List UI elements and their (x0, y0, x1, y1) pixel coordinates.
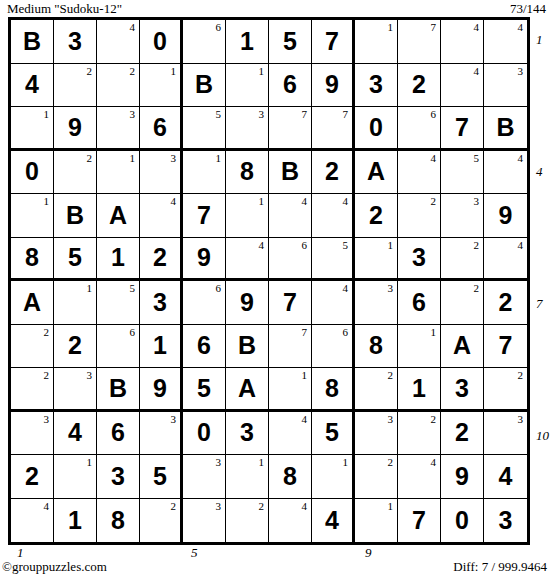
cell-r12c8[interactable]: 4 (312, 499, 355, 543)
row-label-10: 10 (536, 429, 549, 442)
cell-r12c1[interactable]: 4 (11, 499, 54, 543)
cell-r12c4[interactable]: 2 (140, 499, 183, 543)
cell-value: 2 (312, 151, 352, 194)
cell-r7c12[interactable]: 2 (484, 281, 527, 325)
cell-r10c9[interactable]: 3 (355, 412, 398, 456)
cell-r11c1[interactable]: 2 (11, 455, 54, 499)
cell-r10c2[interactable]: 4 (54, 412, 97, 456)
cell-value: 3 (97, 455, 139, 498)
cell-r4c12[interactable]: 4 (484, 151, 527, 195)
cell-r3c9[interactable]: 0 (355, 107, 398, 151)
cell-r5c12[interactable]: 9 (484, 194, 527, 238)
cell-r1c11[interactable]: 4 (441, 20, 484, 64)
cell-value: 0 (11, 151, 53, 194)
pencil-mark: 1 (87, 282, 93, 294)
cell-value: 2 (54, 325, 96, 368)
cell-value: 7 (269, 281, 311, 324)
sudoku-board: B340615717444221B169324319365377067B0213… (8, 17, 530, 545)
cell-r8c7[interactable]: 7 (269, 325, 312, 369)
cell-r9c5[interactable]: 5 (183, 368, 226, 412)
cell-value: 3 (398, 238, 440, 279)
cell-r2c4[interactable]: 1 (140, 64, 183, 108)
pencil-mark: 4 (474, 65, 480, 77)
copyright-text: ©grouppuzzles.com (2, 559, 107, 575)
cell-r10c5[interactable]: 0 (183, 412, 226, 456)
cell-r6c5[interactable]: 9 (183, 238, 226, 282)
cell-value: 2 (441, 412, 483, 455)
cell-r10c4[interactable]: 3 (140, 412, 183, 456)
cell-value: 2 (398, 64, 440, 107)
cell-r12c10[interactable]: 7 (398, 499, 441, 543)
cell-r6c4[interactable]: 2 (140, 238, 183, 282)
pencil-mark: 6 (216, 21, 222, 33)
cell-r8c3[interactable]: 6 (97, 325, 140, 369)
cell-r12c3[interactable]: 8 (97, 499, 140, 543)
cell-value: 5 (312, 412, 352, 455)
cell-r11c4[interactable]: 5 (140, 455, 183, 499)
cell-r12c5[interactable]: 3 (183, 499, 226, 543)
cell-r12c9[interactable]: 1 (355, 499, 398, 543)
pencil-mark: 1 (44, 108, 50, 120)
pencil-mark: 6 (216, 282, 222, 294)
pencil-mark: 4 (431, 456, 437, 468)
cell-r2c6[interactable]: 1 (226, 64, 269, 108)
cell-r7c9[interactable]: 3 (355, 281, 398, 325)
cell-r11c2[interactable]: 1 (54, 455, 97, 499)
pencil-mark: 1 (44, 195, 50, 207)
cell-r4c7[interactable]: B (269, 151, 312, 195)
cell-r6c8[interactable]: 5 (312, 238, 355, 282)
cell-r11c12[interactable]: 4 (484, 455, 527, 499)
cell-value: 1 (140, 325, 180, 368)
cell-r8c10[interactable]: 1 (398, 325, 441, 369)
puzzle-title: Medium "Sudoku-12" (7, 1, 122, 17)
cell-r8c5[interactable]: 6 (183, 325, 226, 369)
cell-r11c9[interactable]: 2 (355, 455, 398, 499)
cell-value: 0 (183, 412, 225, 455)
cell-r2c11[interactable]: 4 (441, 64, 484, 108)
cell-r10c3[interactable]: 6 (97, 412, 140, 456)
pencil-mark: 3 (44, 413, 50, 425)
pencil-mark: 6 (302, 239, 308, 251)
cell-r8c2[interactable]: 2 (54, 325, 97, 369)
cell-r12c2[interactable]: 1 (54, 499, 97, 543)
cell-value: A (11, 281, 53, 324)
pencil-mark: 1 (171, 65, 177, 77)
cell-value: 7 (183, 194, 225, 237)
cell-r3c5[interactable]: 5 (183, 107, 226, 151)
row-label-1: 1 (536, 33, 543, 46)
cell-value: B (269, 151, 311, 194)
cell-r8c8[interactable]: 6 (312, 325, 355, 369)
cell-r8c1[interactable]: 2 (11, 325, 54, 369)
pencil-mark: 3 (87, 369, 93, 381)
pencil-mark: 2 (518, 369, 524, 381)
cell-r5c8[interactable]: 4 (312, 194, 355, 238)
pencil-mark: 3 (216, 456, 222, 468)
cell-value: 0 (441, 499, 483, 543)
cell-value: 5 (140, 455, 180, 498)
cell-r3c6[interactable]: 3 (226, 107, 269, 151)
pencil-mark: 4 (431, 152, 437, 164)
cell-r6c11[interactable]: 2 (441, 238, 484, 282)
pencil-mark: 2 (388, 456, 394, 468)
pencil-mark: 2 (130, 65, 136, 77)
cell-r2c12[interactable]: 3 (484, 64, 527, 108)
cell-value: 7 (484, 325, 527, 368)
cell-r7c4[interactable]: 3 (140, 281, 183, 325)
cell-r5c5[interactable]: 7 (183, 194, 226, 238)
col-label-1: 1 (17, 546, 24, 559)
pencil-mark: 1 (259, 456, 265, 468)
pencil-mark: 4 (518, 21, 524, 33)
cell-r1c3[interactable]: 4 (97, 20, 140, 64)
row-label-4: 4 (536, 165, 543, 178)
cell-r9c3[interactable]: B (97, 368, 140, 412)
pencil-mark: 1 (259, 195, 265, 207)
cell-value: 1 (97, 238, 139, 279)
cell-r3c2[interactable]: 9 (54, 107, 97, 151)
pencil-mark: 5 (130, 282, 136, 294)
cell-r2c7[interactable]: 6 (269, 64, 312, 108)
pencil-mark: 4 (474, 21, 480, 33)
cell-r4c8[interactable]: 2 (312, 151, 355, 195)
cell-r6c1[interactable]: 8 (11, 238, 54, 282)
cell-value: 3 (355, 64, 397, 107)
pencil-mark: 2 (388, 369, 394, 381)
cell-value: 4 (11, 64, 53, 107)
cell-r8c12[interactable]: 7 (484, 325, 527, 369)
cell-value: 6 (183, 325, 225, 368)
cell-r9c7[interactable]: 1 (269, 368, 312, 412)
cell-value: 3 (441, 368, 483, 409)
cell-r9c10[interactable]: 1 (398, 368, 441, 412)
progress-counter: 73/144 (510, 1, 546, 17)
pencil-mark: 1 (388, 21, 394, 33)
pencil-mark: 6 (130, 326, 136, 338)
cell-r11c6[interactable]: 1 (226, 455, 269, 499)
cell-r10c10[interactable]: 2 (398, 412, 441, 456)
cell-r6c2[interactable]: 5 (54, 238, 97, 282)
pencil-mark: 3 (388, 282, 394, 294)
cell-r5c10[interactable]: 2 (398, 194, 441, 238)
pencil-mark: 2 (44, 369, 50, 381)
pencil-mark: 7 (343, 108, 349, 120)
cell-r2c3[interactable]: 2 (97, 64, 140, 108)
pencil-mark: 3 (388, 413, 394, 425)
pencil-mark: 2 (474, 239, 480, 251)
cell-r11c3[interactable]: 3 (97, 455, 140, 499)
cell-value: B (97, 368, 139, 409)
pencil-mark: 2 (259, 500, 265, 512)
cell-r10c1[interactable]: 3 (11, 412, 54, 456)
cell-value: 0 (355, 107, 397, 148)
cell-value: A (97, 194, 139, 237)
cell-value: 4 (312, 499, 352, 543)
cell-r7c5[interactable]: 6 (183, 281, 226, 325)
cell-r11c8[interactable]: 1 (312, 455, 355, 499)
cell-value: 8 (312, 368, 352, 409)
cell-r4c1[interactable]: 0 (11, 151, 54, 195)
pencil-mark: 2 (87, 152, 93, 164)
col-label-5: 5 (191, 546, 198, 559)
cell-r6c9[interactable]: 1 (355, 238, 398, 282)
pencil-mark: 1 (87, 456, 93, 468)
cell-r9c11[interactable]: 3 (441, 368, 484, 412)
cell-r7c8[interactable]: 4 (312, 281, 355, 325)
pencil-mark: 2 (171, 500, 177, 512)
pencil-mark: 3 (259, 108, 265, 120)
cell-r8c11[interactable]: A (441, 325, 484, 369)
cell-r7c7[interactable]: 7 (269, 281, 312, 325)
cell-value: A (226, 368, 268, 409)
cell-value: 7 (398, 499, 440, 543)
pencil-mark: 3 (171, 152, 177, 164)
pencil-mark: 4 (302, 195, 308, 207)
cell-value: 3 (484, 499, 527, 543)
cell-value: 5 (54, 238, 96, 279)
cell-value: 1 (226, 20, 268, 63)
cell-r10c7[interactable]: 4 (269, 412, 312, 456)
cell-r11c7[interactable]: 8 (269, 455, 312, 499)
cell-r6c3[interactable]: 1 (97, 238, 140, 282)
pencil-mark: 4 (302, 500, 308, 512)
cell-r1c7[interactable]: 5 (269, 20, 312, 64)
cell-r7c6[interactable]: 9 (226, 281, 269, 325)
cell-value: 9 (226, 281, 268, 324)
cell-r5c6[interactable]: 1 (226, 194, 269, 238)
col-label-9: 9 (365, 546, 372, 559)
pencil-mark: 3 (518, 413, 524, 425)
cell-r1c2[interactable]: 3 (54, 20, 97, 64)
cell-r12c11[interactable]: 0 (441, 499, 484, 543)
pencil-mark: 2 (431, 195, 437, 207)
cell-r10c8[interactable]: 5 (312, 412, 355, 456)
cell-value: 8 (269, 455, 311, 498)
cell-r12c7[interactable]: 4 (269, 499, 312, 543)
cell-r10c11[interactable]: 2 (441, 412, 484, 456)
cell-r6c7[interactable]: 6 (269, 238, 312, 282)
cell-r1c1[interactable]: B (11, 20, 54, 64)
row-label-7: 7 (536, 297, 543, 310)
cell-value: 2 (140, 238, 180, 279)
pencil-mark: 4 (518, 239, 524, 251)
cell-r5c9[interactable]: 2 (355, 194, 398, 238)
pencil-mark: 2 (87, 65, 93, 77)
pencil-mark: 2 (474, 282, 480, 294)
cell-r7c1[interactable]: A (11, 281, 54, 325)
cell-value: 9 (183, 238, 225, 279)
cell-r7c3[interactable]: 5 (97, 281, 140, 325)
pencil-mark: 1 (388, 500, 394, 512)
cell-r1c10[interactable]: 7 (398, 20, 441, 64)
pencil-mark: 1 (216, 152, 222, 164)
pencil-mark: 4 (302, 413, 308, 425)
cell-r8c6[interactable]: B (226, 325, 269, 369)
cell-value: 2 (355, 194, 397, 237)
cell-r9c8[interactable]: 8 (312, 368, 355, 412)
cell-r2c2[interactable]: 2 (54, 64, 97, 108)
cell-r4c9[interactable]: A (355, 151, 398, 195)
cell-value: 9 (54, 107, 96, 148)
cell-r6c12[interactable]: 4 (484, 238, 527, 282)
pencil-mark: 5 (343, 239, 349, 251)
pencil-mark: 3 (216, 500, 222, 512)
cell-value: B (484, 107, 527, 148)
cell-r10c12[interactable]: 3 (484, 412, 527, 456)
pencil-mark: 4 (130, 21, 136, 33)
pencil-mark: 4 (259, 239, 265, 251)
pencil-mark: 6 (431, 108, 437, 120)
pencil-mark: 5 (474, 152, 480, 164)
cell-r5c11[interactable]: 3 (441, 194, 484, 238)
cell-r9c1[interactable]: 2 (11, 368, 54, 412)
pencil-mark: 4 (518, 152, 524, 164)
cell-r8c9[interactable]: 8 (355, 325, 398, 369)
cell-r3c3[interactable]: 3 (97, 107, 140, 151)
cell-value: 5 (183, 368, 225, 409)
cell-value: B (183, 64, 225, 107)
cell-r7c2[interactable]: 1 (54, 281, 97, 325)
pencil-mark: 5 (216, 108, 222, 120)
cell-r9c9[interactable]: 2 (355, 368, 398, 412)
cell-r3c7[interactable]: 7 (269, 107, 312, 151)
pencil-mark: 7 (302, 326, 308, 338)
cell-value: 7 (441, 107, 483, 148)
cell-r5c7[interactable]: 4 (269, 194, 312, 238)
cell-value: 5 (269, 20, 311, 63)
cell-r4c11[interactable]: 5 (441, 151, 484, 195)
cell-r11c11[interactable]: 9 (441, 455, 484, 499)
cell-value: B (226, 325, 268, 368)
cell-r2c8[interactable]: 9 (312, 64, 355, 108)
cell-value: 6 (97, 412, 139, 455)
cell-value: 9 (312, 64, 352, 107)
cell-value: 8 (11, 238, 53, 279)
cell-r7c11[interactable]: 2 (441, 281, 484, 325)
cell-r1c8[interactable]: 7 (312, 20, 355, 64)
cell-r1c9[interactable]: 1 (355, 20, 398, 64)
pencil-mark: 1 (343, 456, 349, 468)
cell-value: 3 (54, 20, 96, 63)
pencil-mark: 1 (431, 326, 437, 338)
cell-r2c10[interactable]: 2 (398, 64, 441, 108)
cell-value: A (355, 151, 397, 194)
cell-value: 4 (54, 412, 96, 455)
cell-r4c3[interactable]: 1 (97, 151, 140, 195)
cell-value: 6 (269, 64, 311, 107)
cell-value: 8 (226, 151, 268, 194)
cell-value: 8 (355, 325, 397, 368)
cell-r9c6[interactable]: A (226, 368, 269, 412)
cell-value: 8 (97, 499, 139, 543)
cell-value: A (441, 325, 483, 368)
cell-value: 4 (484, 455, 527, 498)
cell-r3c11[interactable]: 7 (441, 107, 484, 151)
pencil-mark: 1 (302, 369, 308, 381)
cell-r7c10[interactable]: 6 (398, 281, 441, 325)
cell-r5c4[interactable]: 4 (140, 194, 183, 238)
cell-r5c1[interactable]: 1 (11, 194, 54, 238)
pencil-mark: 1 (388, 239, 394, 251)
pencil-mark: 3 (171, 413, 177, 425)
cell-r1c4[interactable]: 0 (140, 20, 183, 64)
cell-r11c5[interactable]: 3 (183, 455, 226, 499)
cell-r2c1[interactable]: 4 (11, 64, 54, 108)
cell-value: 6 (398, 281, 440, 324)
cell-r4c4[interactable]: 3 (140, 151, 183, 195)
cell-r4c2[interactable]: 2 (54, 151, 97, 195)
cell-value: B (11, 20, 53, 63)
cell-r1c5[interactable]: 6 (183, 20, 226, 64)
cell-r3c12[interactable]: B (484, 107, 527, 151)
cell-r9c2[interactable]: 3 (54, 368, 97, 412)
pencil-mark: 7 (431, 21, 437, 33)
pencil-mark: 2 (44, 326, 50, 338)
cell-r10c6[interactable]: 3 (226, 412, 269, 456)
cell-value: 7 (312, 20, 352, 63)
pencil-mark: 3 (130, 108, 136, 120)
difficulty-text: Diff: 7 / 999.9464 (453, 559, 547, 575)
cell-r9c4[interactable]: 9 (140, 368, 183, 412)
cell-r6c6[interactable]: 4 (226, 238, 269, 282)
pencil-mark: 4 (343, 282, 349, 294)
cell-r6c10[interactable]: 3 (398, 238, 441, 282)
cell-r11c10[interactable]: 4 (398, 455, 441, 499)
pencil-mark: 4 (44, 500, 50, 512)
cell-r4c6[interactable]: 8 (226, 151, 269, 195)
pencil-mark: 4 (343, 195, 349, 207)
pencil-mark: 6 (343, 326, 349, 338)
cell-value: 9 (441, 455, 483, 498)
cell-r1c12[interactable]: 4 (484, 20, 527, 64)
cell-value: 6 (140, 107, 180, 148)
pencil-mark: 1 (130, 152, 136, 164)
cell-value: 9 (140, 368, 180, 409)
cell-value: B (54, 194, 96, 237)
cell-r3c4[interactable]: 6 (140, 107, 183, 151)
pencil-mark: 3 (518, 65, 524, 77)
cell-value: 3 (226, 412, 268, 455)
cell-r5c3[interactable]: A (97, 194, 140, 238)
cell-value: 2 (484, 281, 527, 324)
cell-r3c8[interactable]: 7 (312, 107, 355, 151)
pencil-mark: 2 (431, 413, 437, 425)
cell-value: 0 (140, 20, 180, 63)
cell-r5c2[interactable]: B (54, 194, 97, 238)
cell-r4c10[interactable]: 4 (398, 151, 441, 195)
cell-r2c9[interactable]: 3 (355, 64, 398, 108)
pencil-mark: 1 (259, 65, 265, 77)
cell-r4c5[interactable]: 1 (183, 151, 226, 195)
cell-value: 1 (54, 499, 96, 543)
cell-r12c12[interactable]: 3 (484, 499, 527, 543)
cell-r3c1[interactable]: 1 (11, 107, 54, 151)
cell-r12c6[interactable]: 2 (226, 499, 269, 543)
pencil-mark: 7 (302, 108, 308, 120)
pencil-mark: 3 (474, 195, 480, 207)
cell-r8c4[interactable]: 1 (140, 325, 183, 369)
cell-value: 1 (398, 368, 440, 409)
cell-r3c10[interactable]: 6 (398, 107, 441, 151)
cell-r1c6[interactable]: 1 (226, 20, 269, 64)
cell-value: 3 (140, 281, 180, 324)
cell-r2c5[interactable]: B (183, 64, 226, 108)
pencil-mark: 4 (171, 195, 177, 207)
puzzle-page: Medium "Sudoku-12" 73/144 B3406157174442… (0, 0, 552, 578)
cell-r9c12[interactable]: 2 (484, 368, 527, 412)
cell-value: 2 (11, 455, 53, 498)
